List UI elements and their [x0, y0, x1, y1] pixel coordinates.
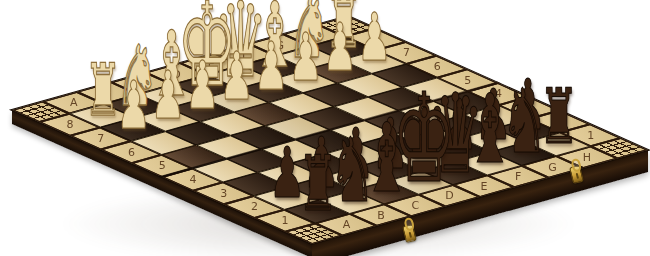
file-label: B [104, 87, 112, 100]
file-label: H [310, 29, 318, 42]
rank-label: 8 [66, 118, 73, 131]
rank-label: 2 [556, 115, 563, 128]
file-label: A [69, 96, 77, 109]
file-label: E [207, 58, 214, 71]
rank-label: 2 [250, 201, 257, 214]
file-label: F [515, 170, 521, 183]
file-label: G [548, 160, 557, 173]
rank-label: 5 [464, 74, 471, 87]
file-label: B [377, 208, 385, 221]
rank-label: 5 [158, 159, 165, 172]
file-label: G [275, 39, 284, 52]
rank-label: 7 [97, 132, 104, 145]
rank-label: 3 [525, 101, 532, 114]
rank-label: 6 [433, 60, 440, 73]
rank-label: 7 [403, 46, 410, 59]
rank-label: 3 [220, 187, 227, 200]
file-label: D [172, 67, 180, 80]
rank-label: 1 [587, 129, 594, 142]
chess-set-photo: ABCDEFGH8877665544332211ABCDEFGH♜♞♝♚♛♝♞♜… [0, 0, 650, 256]
rank-label: 4 [189, 173, 196, 186]
rank-label: 8 [372, 33, 379, 46]
rank-label: 1 [281, 214, 288, 227]
file-label: C [138, 77, 146, 90]
file-label: F [242, 48, 248, 61]
file-label: E [480, 180, 487, 193]
file-label: A [342, 218, 350, 231]
rank-label: 6 [128, 146, 135, 159]
file-label: C [411, 199, 419, 212]
file-label: D [445, 189, 453, 202]
file-label: H [583, 151, 591, 164]
rank-label: 4 [495, 88, 502, 101]
